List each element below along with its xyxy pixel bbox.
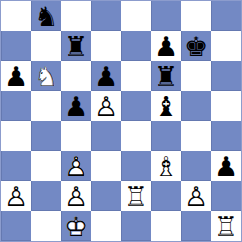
square-h5[interactable] <box>211 91 241 121</box>
square-g2[interactable]: ♟♙ <box>181 181 211 211</box>
piece-black-rook[interactable]: ♜ <box>151 61 181 91</box>
piece-black-pawn[interactable]: ♟ <box>61 91 91 121</box>
piece-glyph: ♜ <box>61 31 91 61</box>
square-h6[interactable] <box>211 61 241 91</box>
square-a8[interactable] <box>1 1 31 31</box>
piece-white-pawn[interactable]: ♟♙ <box>61 151 91 181</box>
square-f4[interactable] <box>151 121 181 151</box>
square-d3[interactable] <box>91 151 121 181</box>
square-a4[interactable] <box>1 121 31 151</box>
piece-glyph: ♚ <box>181 31 211 61</box>
square-f8[interactable] <box>151 1 181 31</box>
piece-black-bishop[interactable]: ♝ <box>151 91 181 121</box>
square-b1[interactable] <box>31 211 61 241</box>
piece-glyph: ♟ <box>61 91 91 121</box>
square-a5[interactable] <box>1 91 31 121</box>
square-h8[interactable] <box>211 1 241 31</box>
square-b2[interactable] <box>31 181 61 211</box>
square-b3[interactable] <box>31 151 61 181</box>
piece-white-pawn[interactable]: ♟♙ <box>1 181 31 211</box>
piece-outline-glyph: ♗ <box>151 151 181 181</box>
piece-black-knight[interactable]: ♞ <box>31 1 61 31</box>
piece-outline-glyph: ♖ <box>211 211 241 241</box>
square-e5[interactable] <box>121 91 151 121</box>
square-f5[interactable]: ♝ <box>151 91 181 121</box>
piece-black-rook[interactable]: ♜ <box>61 31 91 61</box>
square-d7[interactable] <box>91 31 121 61</box>
piece-outline-glyph: ♙ <box>61 181 91 211</box>
piece-glyph: ♟ <box>211 151 241 181</box>
square-c3[interactable]: ♟♙ <box>61 151 91 181</box>
square-h3[interactable]: ♟ <box>211 151 241 181</box>
square-e1[interactable] <box>121 211 151 241</box>
square-b4[interactable] <box>31 121 61 151</box>
square-h4[interactable] <box>211 121 241 151</box>
square-g4[interactable] <box>181 121 211 151</box>
square-f1[interactable] <box>151 211 181 241</box>
piece-white-knight[interactable]: ♞♘ <box>31 61 61 91</box>
piece-outline-glyph: ♙ <box>1 181 31 211</box>
square-c7[interactable]: ♜ <box>61 31 91 61</box>
square-h7[interactable] <box>211 31 241 61</box>
piece-black-pawn[interactable]: ♟ <box>1 61 31 91</box>
square-c6[interactable] <box>61 61 91 91</box>
piece-black-pawn[interactable]: ♟ <box>211 151 241 181</box>
square-a6[interactable]: ♟ <box>1 61 31 91</box>
square-e8[interactable] <box>121 1 151 31</box>
square-d1[interactable] <box>91 211 121 241</box>
piece-glyph: ♞ <box>31 1 61 31</box>
square-g3[interactable] <box>181 151 211 181</box>
square-f3[interactable]: ♝♗ <box>151 151 181 181</box>
square-g8[interactable] <box>181 1 211 31</box>
square-c1[interactable]: ♚♔ <box>61 211 91 241</box>
piece-white-rook[interactable]: ♜♖ <box>211 211 241 241</box>
piece-glyph: ♝ <box>151 91 181 121</box>
piece-outline-glyph: ♖ <box>121 181 151 211</box>
square-b8[interactable]: ♞ <box>31 1 61 31</box>
chess-board: ♞♜♟♚♟♞♘♟♜♟♟♙♝♟♙♝♗♟♟♙♟♙♜♖♟♙♚♔♜♖ <box>0 0 242 242</box>
square-c5[interactable]: ♟ <box>61 91 91 121</box>
piece-white-pawn[interactable]: ♟♙ <box>181 181 211 211</box>
square-e6[interactable] <box>121 61 151 91</box>
square-g7[interactable]: ♚ <box>181 31 211 61</box>
square-f2[interactable] <box>151 181 181 211</box>
square-d2[interactable] <box>91 181 121 211</box>
square-g6[interactable] <box>181 61 211 91</box>
piece-black-pawn[interactable]: ♟ <box>91 61 121 91</box>
square-b6[interactable]: ♞♘ <box>31 61 61 91</box>
piece-glyph: ♟ <box>1 61 31 91</box>
square-g1[interactable] <box>181 211 211 241</box>
piece-white-rook[interactable]: ♜♖ <box>121 181 151 211</box>
piece-white-bishop[interactable]: ♝♗ <box>151 151 181 181</box>
square-a2[interactable]: ♟♙ <box>1 181 31 211</box>
piece-white-king[interactable]: ♚♔ <box>61 211 91 241</box>
square-a3[interactable] <box>1 151 31 181</box>
piece-black-king[interactable]: ♚ <box>181 31 211 61</box>
square-b5[interactable] <box>31 91 61 121</box>
square-d8[interactable] <box>91 1 121 31</box>
piece-black-pawn[interactable]: ♟ <box>151 31 181 61</box>
square-d4[interactable] <box>91 121 121 151</box>
piece-outline-glyph: ♙ <box>61 151 91 181</box>
piece-outline-glyph: ♙ <box>91 91 121 121</box>
square-e4[interactable] <box>121 121 151 151</box>
piece-outline-glyph: ♔ <box>61 211 91 241</box>
square-d6[interactable]: ♟ <box>91 61 121 91</box>
square-c4[interactable] <box>61 121 91 151</box>
piece-glyph: ♟ <box>151 31 181 61</box>
square-c8[interactable] <box>61 1 91 31</box>
square-f7[interactable]: ♟ <box>151 31 181 61</box>
square-g5[interactable] <box>181 91 211 121</box>
piece-outline-glyph: ♙ <box>181 181 211 211</box>
piece-glyph: ♟ <box>91 61 121 91</box>
square-a7[interactable] <box>1 31 31 61</box>
piece-white-pawn[interactable]: ♟♙ <box>91 91 121 121</box>
piece-glyph: ♜ <box>151 61 181 91</box>
piece-outline-glyph: ♘ <box>31 61 61 91</box>
square-a1[interactable] <box>1 211 31 241</box>
square-e2[interactable]: ♜♖ <box>121 181 151 211</box>
square-c2[interactable]: ♟♙ <box>61 181 91 211</box>
square-e7[interactable] <box>121 31 151 61</box>
square-h2[interactable] <box>211 181 241 211</box>
square-b7[interactable] <box>31 31 61 61</box>
piece-white-pawn[interactable]: ♟♙ <box>61 181 91 211</box>
square-e3[interactable] <box>121 151 151 181</box>
square-d5[interactable]: ♟♙ <box>91 91 121 121</box>
square-h1[interactable]: ♜♖ <box>211 211 241 241</box>
square-f6[interactable]: ♜ <box>151 61 181 91</box>
